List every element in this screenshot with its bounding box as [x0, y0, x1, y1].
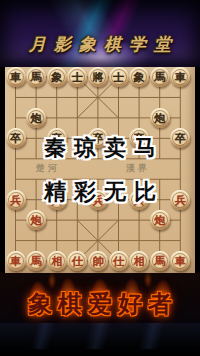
piece-red-cannon[interactable]: 炮 — [150, 210, 170, 230]
piece-black-advisor[interactable]: 士 — [109, 67, 129, 87]
piece-glyph: 車 — [8, 69, 24, 85]
piece-black-elephant[interactable]: 象 — [129, 67, 149, 87]
piece-black-chariot[interactable]: 車 — [170, 67, 190, 87]
piece-glyph: 象 — [131, 69, 147, 85]
bottom-banner: 象棋爱好者 — [0, 273, 200, 356]
piece-glyph: 炮 — [28, 212, 44, 228]
piece-glyph: 仕 — [111, 253, 127, 269]
piece-glyph: 炮 — [152, 212, 168, 228]
piece-red-advisor[interactable]: 仕 — [67, 251, 87, 271]
piece-red-chariot[interactable]: 車 — [170, 251, 190, 271]
top-banner: 月影象棋学堂 — [0, 0, 200, 67]
piece-glyph: 馬 — [152, 69, 168, 85]
piece-red-elephant[interactable]: 相 — [47, 251, 67, 271]
piece-glyph: 象 — [49, 69, 65, 85]
piece-black-chariot[interactable]: 車 — [6, 67, 26, 87]
piece-glyph: 炮 — [28, 110, 44, 126]
footer-title: 象棋爱好者 — [0, 288, 200, 320]
channel-title: 月影象棋学堂 — [0, 33, 200, 56]
caption-line-2: 精彩无比 — [0, 177, 200, 207]
piece-glyph: 車 — [172, 69, 188, 85]
piece-black-elephant[interactable]: 象 — [47, 67, 67, 87]
piece-black-horse[interactable]: 馬 — [150, 67, 170, 87]
piece-red-horse[interactable]: 馬 — [150, 251, 170, 271]
caption-line-1: 秦琼卖马 — [0, 133, 200, 163]
piece-glyph: 相 — [131, 253, 147, 269]
piece-glyph: 車 — [172, 253, 188, 269]
piece-red-horse[interactable]: 馬 — [26, 251, 46, 271]
piece-red-advisor[interactable]: 仕 — [109, 251, 129, 271]
piece-glyph: 炮 — [152, 110, 168, 126]
piece-glyph: 馬 — [28, 69, 44, 85]
piece-glyph: 相 — [49, 253, 65, 269]
piece-black-advisor[interactable]: 士 — [67, 67, 87, 87]
piece-glyph: 馬 — [152, 253, 168, 269]
floor-streaks — [0, 323, 200, 349]
piece-red-cannon[interactable]: 炮 — [26, 210, 46, 230]
piece-black-cannon[interactable]: 炮 — [26, 108, 46, 128]
piece-black-cannon[interactable]: 炮 — [150, 108, 170, 128]
piece-glyph: 仕 — [69, 253, 85, 269]
piece-glyph: 士 — [111, 69, 127, 85]
piece-red-chariot[interactable]: 車 — [6, 251, 26, 271]
piece-glyph: 車 — [8, 253, 24, 269]
piece-glyph: 將 — [90, 69, 106, 85]
xiangqi-board[interactable]: 楚河 漢界 車馬象士將士象馬車炮炮卒卒卒卒卒兵兵兵兵兵炮炮車馬相仕帥仕相馬車 — [5, 67, 195, 273]
piece-glyph: 馬 — [28, 253, 44, 269]
pieces-layer: 車馬象士將士象馬車炮炮卒卒卒卒卒兵兵兵兵兵炮炮車馬相仕帥仕相馬車 — [5, 67, 195, 273]
piece-black-general[interactable]: 將 — [88, 67, 108, 87]
piece-glyph: 士 — [69, 69, 85, 85]
piece-red-general[interactable]: 帥 — [88, 251, 108, 271]
piece-black-horse[interactable]: 馬 — [26, 67, 46, 87]
piece-glyph: 帥 — [90, 253, 106, 269]
video-frame: 月影象棋学堂 楚河 漢界 車馬象士將士象馬車炮炮卒卒卒卒卒兵兵兵兵兵炮炮車馬相仕… — [0, 0, 200, 356]
piece-red-elephant[interactable]: 相 — [129, 251, 149, 271]
